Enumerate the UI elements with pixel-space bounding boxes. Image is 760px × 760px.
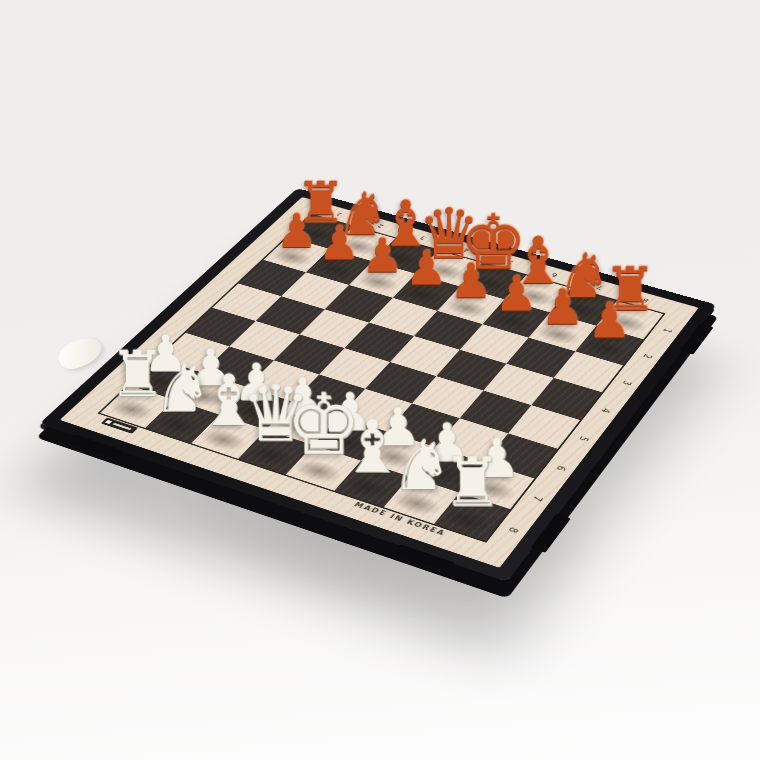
white-rook-glyph: ♜ xyxy=(407,449,538,517)
pieces-layer: ♜♞♝♛♚♝♞♜♟♟♟♟♟♟♟♟♟♟♟♟♟♟♟♟♜♞♝♛♚♝♞♜ xyxy=(39,188,716,582)
product-photo-stage: 1234567812345678 MADE IN KOREA ♜♞♝♛♚♝♞♜♟… xyxy=(0,0,760,760)
scene-3d: 1234567812345678 MADE IN KOREA ♜♞♝♛♚♝♞♜♟… xyxy=(0,0,760,760)
orange-pawn-h2[interactable]: ♟ xyxy=(575,326,643,366)
chess-board: 1234567812345678 MADE IN KOREA ♜♞♝♛♚♝♞♜♟… xyxy=(39,188,716,582)
